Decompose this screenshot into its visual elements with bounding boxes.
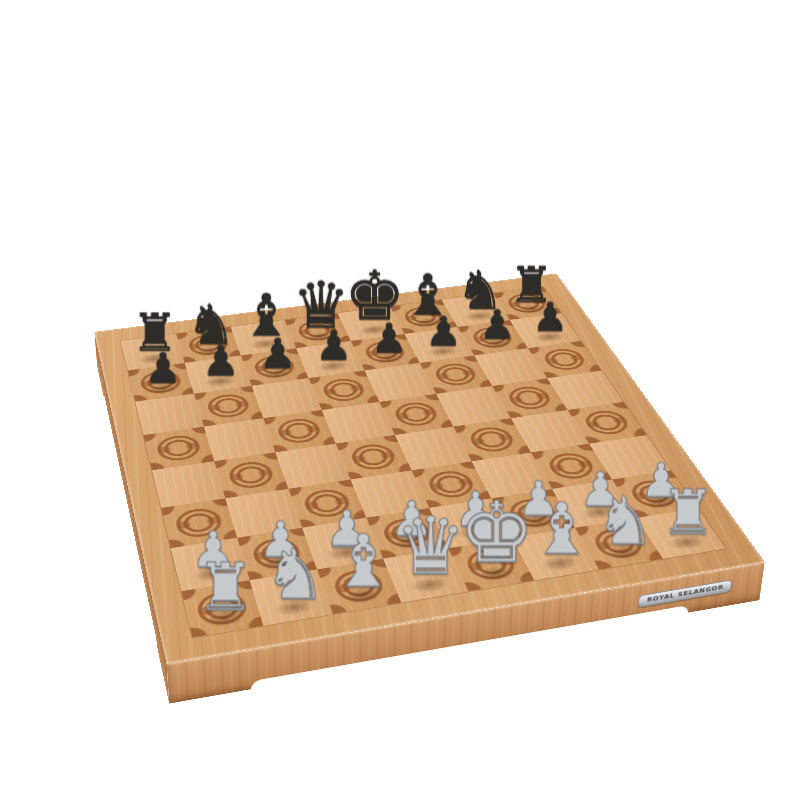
scene: ♜♞♝♛♚♝♞♜♟♟♟♟♟♟♟♟♟♟♟♟♟♟♟♟♜♞♝♛♚♝♞♜ ROYAL S… [125,165,665,705]
chess-board: ♜♞♝♛♚♝♞♜♟♟♟♟♟♟♟♟♟♟♟♟♟♟♟♟♜♞♝♛♚♝♞♜ ROYAL S… [94,273,765,663]
square-b6[interactable] [194,386,263,427]
square-a1[interactable]: ♜ [181,580,263,637]
product-photo: ♜♞♝♛♚♝♞♜♟♟♟♟♟♟♟♟♟♟♟♟♟♟♟♟♜♞♝♛♚♝♞♜ ROYAL S… [0,0,800,800]
piece-black-pawn[interactable]: ♟ [110,348,215,390]
piece-white-rook[interactable]: ♜ [161,555,289,620]
brand-plaque: ROYAL SELANGOR [638,579,733,607]
square-a4[interactable] [152,461,225,508]
square-f4[interactable] [453,418,531,461]
